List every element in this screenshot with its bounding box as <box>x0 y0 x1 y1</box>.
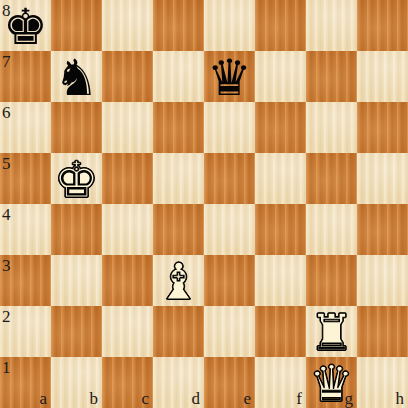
square-c3[interactable] <box>102 255 153 306</box>
square-a3[interactable]: 3 <box>0 255 51 306</box>
square-h6[interactable] <box>357 102 408 153</box>
file-label-b: b <box>90 390 99 407</box>
square-g3[interactable] <box>306 255 357 306</box>
square-e2[interactable] <box>204 306 255 357</box>
square-c2[interactable] <box>102 306 153 357</box>
square-c1[interactable]: c <box>102 357 153 408</box>
rank-label-4: 4 <box>2 206 11 223</box>
rank-label-7: 7 <box>2 53 11 70</box>
square-f1[interactable]: f <box>255 357 306 408</box>
square-d5[interactable] <box>153 153 204 204</box>
white-king-b5[interactable]: ♚ <box>54 155 99 205</box>
square-c5[interactable] <box>102 153 153 204</box>
square-d7[interactable] <box>153 51 204 102</box>
white-rook-g2[interactable]: ♜ <box>309 308 354 358</box>
square-h7[interactable] <box>357 51 408 102</box>
square-h1[interactable]: h <box>357 357 408 408</box>
square-e1[interactable]: e <box>204 357 255 408</box>
square-b2[interactable] <box>51 306 102 357</box>
square-h5[interactable] <box>357 153 408 204</box>
square-d6[interactable] <box>153 102 204 153</box>
rank-label-5: 5 <box>2 155 11 172</box>
square-e5[interactable] <box>204 153 255 204</box>
square-b3[interactable] <box>51 255 102 306</box>
square-g7[interactable] <box>306 51 357 102</box>
square-h8[interactable] <box>357 0 408 51</box>
square-f2[interactable] <box>255 306 306 357</box>
square-a5[interactable]: 5 <box>0 153 51 204</box>
square-a7[interactable]: 7 <box>0 51 51 102</box>
file-label-f: f <box>296 390 302 407</box>
square-f4[interactable] <box>255 204 306 255</box>
square-f6[interactable] <box>255 102 306 153</box>
rank-label-6: 6 <box>2 104 11 121</box>
square-e3[interactable] <box>204 255 255 306</box>
square-b4[interactable] <box>51 204 102 255</box>
file-label-h: h <box>396 390 405 407</box>
square-a6[interactable]: 6 <box>0 102 51 153</box>
square-d1[interactable]: d <box>153 357 204 408</box>
square-g6[interactable] <box>306 102 357 153</box>
square-b5[interactable]: ♚ <box>51 153 102 204</box>
square-d2[interactable] <box>153 306 204 357</box>
chess-board: 8♚7♞♛65♚43♝2♜1abcdefg♛h <box>0 0 408 408</box>
square-h2[interactable] <box>357 306 408 357</box>
square-c7[interactable] <box>102 51 153 102</box>
square-f3[interactable] <box>255 255 306 306</box>
square-d8[interactable] <box>153 0 204 51</box>
rank-label-3: 3 <box>2 257 11 274</box>
black-knight-b7[interactable]: ♞ <box>54 53 99 103</box>
file-label-d: d <box>192 390 201 407</box>
square-g1[interactable]: g♛ <box>306 357 357 408</box>
rank-label-2: 2 <box>2 308 11 325</box>
square-d3[interactable]: ♝ <box>153 255 204 306</box>
file-label-a: a <box>39 390 47 407</box>
square-e6[interactable] <box>204 102 255 153</box>
file-label-e: e <box>243 390 251 407</box>
black-queen-e7[interactable]: ♛ <box>207 53 252 103</box>
square-f5[interactable] <box>255 153 306 204</box>
white-queen-g1[interactable]: ♛ <box>309 359 354 408</box>
square-d4[interactable] <box>153 204 204 255</box>
white-bishop-d3[interactable]: ♝ <box>156 257 201 307</box>
square-e8[interactable] <box>204 0 255 51</box>
square-g8[interactable] <box>306 0 357 51</box>
square-h3[interactable] <box>357 255 408 306</box>
file-label-c: c <box>141 390 149 407</box>
square-a4[interactable]: 4 <box>0 204 51 255</box>
square-a8[interactable]: 8♚ <box>0 0 51 51</box>
square-b6[interactable] <box>51 102 102 153</box>
square-g4[interactable] <box>306 204 357 255</box>
square-e7[interactable]: ♛ <box>204 51 255 102</box>
rank-label-1: 1 <box>2 359 11 376</box>
square-g2[interactable]: ♜ <box>306 306 357 357</box>
square-f8[interactable] <box>255 0 306 51</box>
square-e4[interactable] <box>204 204 255 255</box>
square-f7[interactable] <box>255 51 306 102</box>
square-b1[interactable]: b <box>51 357 102 408</box>
square-b8[interactable] <box>51 0 102 51</box>
square-a1[interactable]: 1a <box>0 357 51 408</box>
square-c6[interactable] <box>102 102 153 153</box>
square-a2[interactable]: 2 <box>0 306 51 357</box>
square-c4[interactable] <box>102 204 153 255</box>
black-king-a8[interactable]: ♚ <box>3 2 48 52</box>
square-c8[interactable] <box>102 0 153 51</box>
square-g5[interactable] <box>306 153 357 204</box>
square-h4[interactable] <box>357 204 408 255</box>
square-b7[interactable]: ♞ <box>51 51 102 102</box>
